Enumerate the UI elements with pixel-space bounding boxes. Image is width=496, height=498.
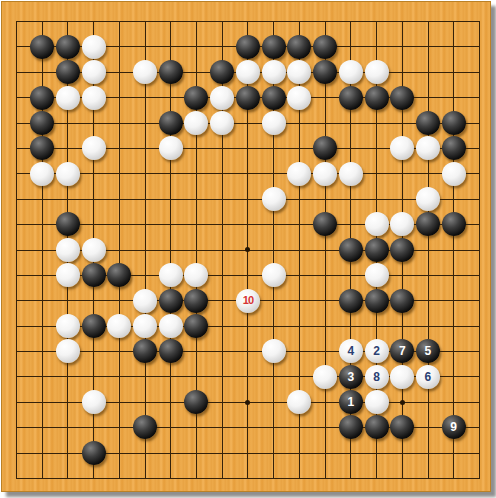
stone-white (365, 390, 389, 414)
stone-black (30, 111, 54, 135)
stone-white (133, 314, 157, 338)
stone-white (262, 187, 286, 211)
stone-white (159, 263, 183, 287)
stone-white (287, 60, 311, 84)
stone-black (184, 289, 208, 313)
stone-white (133, 289, 157, 313)
star-point (245, 400, 250, 405)
stone-white-move-6: 6 (416, 365, 440, 389)
stone-white (30, 162, 54, 186)
stone-black (262, 35, 286, 59)
stone-black (365, 238, 389, 262)
stone-white-move-2: 2 (365, 339, 389, 363)
stone-black (262, 86, 286, 110)
move-number-label: 7 (399, 345, 406, 357)
stone-black (339, 238, 363, 262)
stone-black (390, 238, 414, 262)
stone-black (184, 314, 208, 338)
stone-white (56, 238, 80, 262)
stone-white (236, 60, 260, 84)
move-number-label: 5 (425, 345, 432, 357)
stone-black (159, 111, 183, 135)
stone-black (442, 212, 466, 236)
stone-white (56, 339, 80, 363)
stone-black (56, 35, 80, 59)
stone-white (262, 339, 286, 363)
stone-black (339, 415, 363, 439)
stone-white (313, 365, 337, 389)
stone-black (339, 86, 363, 110)
stone-black (184, 86, 208, 110)
stone-white (159, 136, 183, 160)
stone-white (339, 60, 363, 84)
stone-black (82, 314, 106, 338)
stone-white (184, 263, 208, 287)
stone-black (82, 263, 106, 287)
move-number-label: 4 (347, 345, 354, 357)
stone-black (159, 339, 183, 363)
stone-white (56, 314, 80, 338)
stone-black-move-7: 7 (390, 339, 414, 363)
stone-black (416, 111, 440, 135)
stone-white (184, 111, 208, 135)
stone-white (56, 162, 80, 186)
stone-black (56, 60, 80, 84)
move-number-label: 3 (347, 371, 354, 383)
stone-black-move-3: 3 (339, 365, 363, 389)
stone-black (184, 390, 208, 414)
stone-black (365, 415, 389, 439)
stone-white (287, 162, 311, 186)
stone-black (339, 289, 363, 313)
move-number-label: 2 (373, 345, 380, 357)
stone-white (56, 86, 80, 110)
move-number-label: 6 (425, 371, 432, 383)
stone-white (390, 212, 414, 236)
stone-black (390, 289, 414, 313)
stone-white (416, 187, 440, 211)
star-point (245, 247, 250, 252)
stone-black (313, 212, 337, 236)
stone-black (56, 212, 80, 236)
stone-white (287, 86, 311, 110)
go-board[interactable]: 10427538619 (1, 1, 491, 492)
stone-white (390, 365, 414, 389)
stone-white (262, 263, 286, 287)
stone-black-move-1: 1 (339, 390, 363, 414)
stone-white-move-4: 4 (339, 339, 363, 363)
stone-white (133, 60, 157, 84)
stone-white (82, 60, 106, 84)
stone-black-move-9: 9 (442, 415, 466, 439)
stone-black (416, 212, 440, 236)
stone-black (133, 339, 157, 363)
stone-white (210, 86, 234, 110)
stone-black (313, 35, 337, 59)
move-number-label: 10 (243, 295, 253, 306)
stone-white (82, 238, 106, 262)
stone-white (442, 162, 466, 186)
stone-white (339, 162, 363, 186)
stone-white (416, 136, 440, 160)
stone-white (313, 162, 337, 186)
stone-white (390, 136, 414, 160)
stone-white (82, 390, 106, 414)
stone-white (287, 390, 311, 414)
stone-black (159, 289, 183, 313)
stone-black (236, 86, 260, 110)
stone-black (442, 136, 466, 160)
stone-black (287, 35, 311, 59)
stone-white (365, 263, 389, 287)
stone-white (82, 86, 106, 110)
go-app-window: 10427538619 (0, 0, 496, 498)
stone-white (365, 60, 389, 84)
stone-black (133, 415, 157, 439)
board-grid: 10427538619 (4, 9, 493, 491)
stone-white (82, 136, 106, 160)
stone-white (56, 263, 80, 287)
stone-black (442, 111, 466, 135)
stone-black (365, 289, 389, 313)
star-point (400, 400, 405, 405)
stone-black (30, 86, 54, 110)
stone-white (159, 314, 183, 338)
stone-black (107, 263, 131, 287)
stone-white (262, 60, 286, 84)
move-number-label: 1 (347, 396, 354, 408)
stone-white-move-8: 8 (365, 365, 389, 389)
stone-black (390, 86, 414, 110)
stone-white (210, 111, 234, 135)
stone-white (365, 212, 389, 236)
stone-white (262, 111, 286, 135)
stone-black (30, 136, 54, 160)
stone-black (390, 415, 414, 439)
stone-black (313, 136, 337, 160)
stone-black (210, 60, 234, 84)
stone-black (30, 35, 54, 59)
stone-black-move-5: 5 (416, 339, 440, 363)
stone-white (82, 35, 106, 59)
move-number-label: 8 (373, 371, 380, 383)
stone-black (236, 35, 260, 59)
stone-black (159, 60, 183, 84)
stone-black (82, 441, 106, 465)
stone-black (313, 60, 337, 84)
stone-white-move-10: 10 (236, 289, 260, 313)
stone-white (107, 314, 131, 338)
move-number-label: 9 (450, 421, 457, 433)
stone-black (365, 86, 389, 110)
